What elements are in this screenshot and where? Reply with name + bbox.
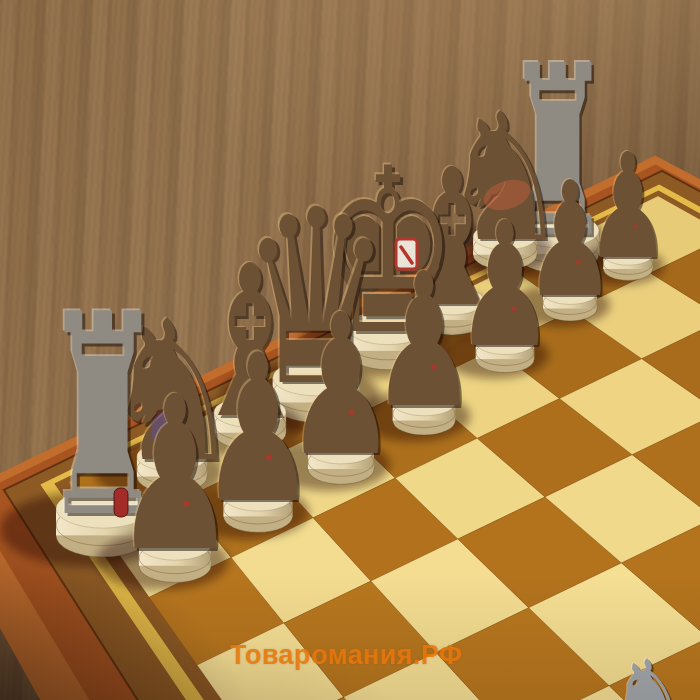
chess-board: ♜♜♜♞♞♞♟♟♟♟♟♟♝♝♝♚♚♚♟♟♟♛♛♛♟♟♟♝♝♝♟♟♟♞♞♞♟♟♟♜… [0, 0, 700, 700]
watermark-text: Товаромания.РФ [230, 642, 462, 669]
svg-text:♞: ♞ [609, 637, 692, 700]
product-photo: ♜♜♜♞♞♞♟♟♟♟♟♟♝♝♝♚♚♚♟♟♟♛♛♛♟♟♟♝♝♝♟♟♟♞♞♞♟♟♟♜… [0, 0, 700, 700]
piece-bronze-pawn-a2: ♟♟♟ [96, 349, 239, 600]
svg-text:♟: ♟ [114, 351, 237, 598]
piece-silver-knight: ♞♞♞ [606, 636, 693, 700]
